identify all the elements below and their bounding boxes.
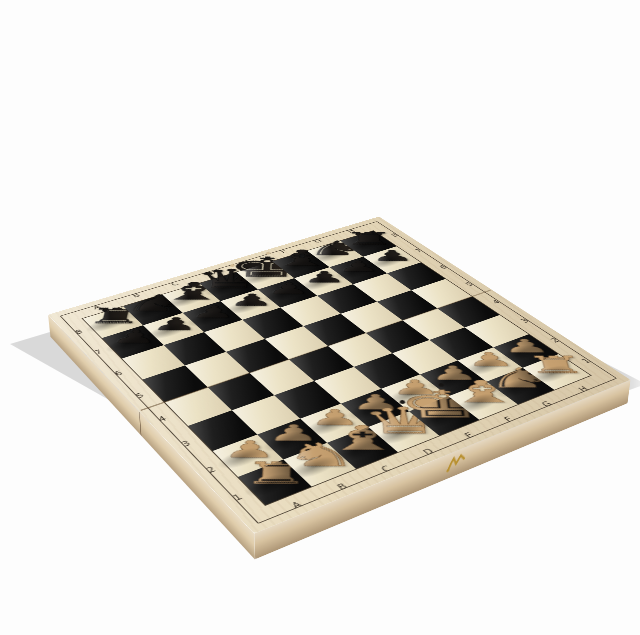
square-b5 xyxy=(185,352,249,387)
piece-shadow xyxy=(257,428,314,457)
square-c2: ♟ xyxy=(299,403,368,443)
square-a5 xyxy=(143,366,208,402)
white-king-glyph: ♚ xyxy=(381,386,510,424)
board-top: ABCDEFGH ABCDEFGH 87654321 87654321 ♜♞♝♛… xyxy=(48,216,630,533)
square-d3 xyxy=(314,367,380,404)
chess-board: ABCDEFGH ABCDEFGH 87654321 87654321 ♜♞♝♛… xyxy=(48,216,630,533)
square-b1: ♞ xyxy=(283,443,355,487)
squares-grid: ♜♞♝♛♚♝♞♜♟♟♟♟♟♟♟♟♟♟♟♟♟♟♟♟♜♞♝♛♚♝♞♜ xyxy=(82,230,592,506)
square-d2: ♟ xyxy=(341,389,409,427)
square-c1: ♝ xyxy=(327,427,398,469)
square-e1: ♚ xyxy=(409,396,479,435)
white-bishop-glyph: ♝ xyxy=(420,377,547,407)
piece-shadow xyxy=(212,444,270,474)
square-b2: ♟ xyxy=(257,419,327,460)
square-c3 xyxy=(274,381,341,419)
square-b3 xyxy=(231,395,299,434)
white-pawn-glyph: ♟ xyxy=(228,422,357,444)
square-c4 xyxy=(249,359,314,395)
piece-shadow xyxy=(328,436,385,465)
square-a3 xyxy=(188,410,257,450)
brass-latch-icon xyxy=(445,449,467,474)
square-b4 xyxy=(208,373,274,410)
piece-shadow xyxy=(370,420,426,448)
piece-shadow xyxy=(300,412,355,440)
fold-seam-edge xyxy=(139,411,142,436)
square-a1: ♜ xyxy=(238,460,311,505)
white-rook-glyph: ♜ xyxy=(208,459,343,489)
piece-shadow xyxy=(239,470,298,501)
white-pawn-glyph: ♟ xyxy=(314,391,438,412)
square-a7: ♟ xyxy=(102,325,163,358)
product-photo-scene: ABCDEFGH ABCDEFGH 87654321 87654321 ♜♞♝♛… xyxy=(0,0,640,635)
piece-shadow xyxy=(411,405,465,432)
square-d4 xyxy=(289,346,354,381)
square-a4 xyxy=(165,387,232,425)
piece-shadow xyxy=(451,390,504,416)
white-pawn-glyph: ♟ xyxy=(272,406,398,428)
rank-labels-left: 87654321 xyxy=(62,320,260,515)
square-d1: ♛ xyxy=(369,411,440,452)
square-a6 xyxy=(122,345,185,380)
white-queen-glyph: ♛ xyxy=(341,403,470,439)
white-knight-glyph: ♞ xyxy=(254,439,387,471)
piece-shadow xyxy=(284,453,342,483)
square-a2: ♟ xyxy=(212,434,283,477)
white-bishop-glyph: ♝ xyxy=(299,421,429,455)
white-pawn-glyph: ♟ xyxy=(183,438,314,461)
